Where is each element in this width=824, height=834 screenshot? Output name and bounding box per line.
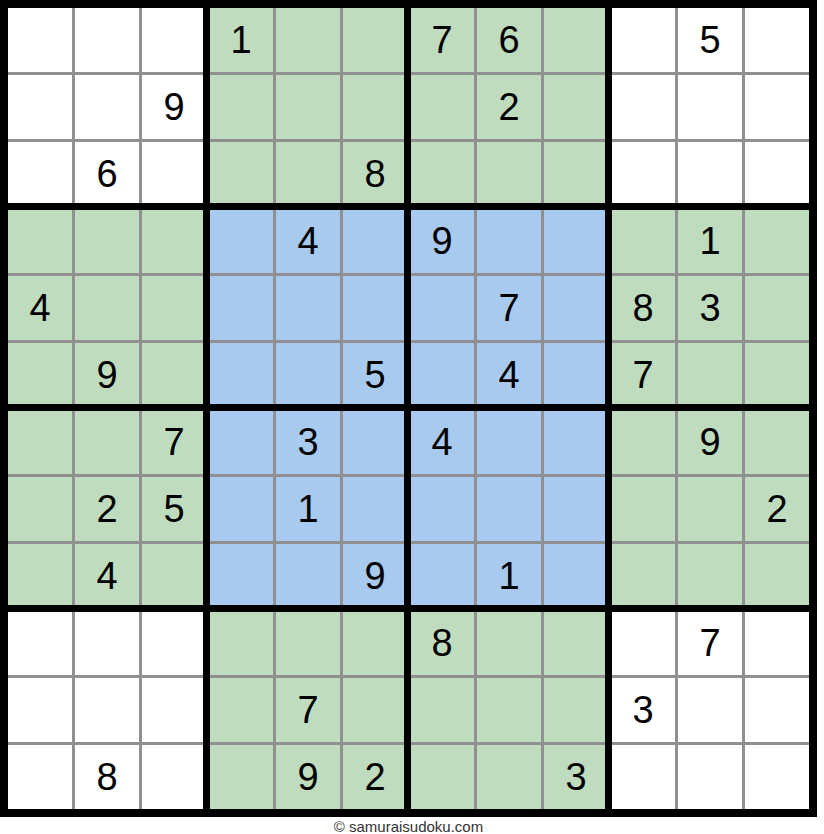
- cell-r9c12[interactable]: [745, 544, 809, 608]
- cell-r3c9[interactable]: [544, 142, 608, 206]
- cell-r7c2[interactable]: [75, 410, 139, 474]
- cell-r7c8[interactable]: [477, 410, 541, 474]
- cell-r1c4[interactable]: 1: [209, 8, 273, 72]
- cell-r3c11[interactable]: [678, 142, 742, 206]
- cell-r11c9[interactable]: [544, 678, 608, 742]
- page: 17659268491478395477349251249187738923 ©…: [0, 0, 824, 834]
- cell-r1c7[interactable]: 7: [410, 8, 474, 72]
- cell-r4c7[interactable]: 9: [410, 209, 474, 273]
- cell-r5c2[interactable]: [75, 276, 139, 340]
- cell-r3c12[interactable]: [745, 142, 809, 206]
- cell-r11c8[interactable]: [477, 678, 541, 742]
- cell-r9c3[interactable]: [142, 544, 206, 608]
- cell-r10c1[interactable]: [8, 611, 72, 675]
- cell-r5c9[interactable]: [544, 276, 608, 340]
- cell-r4c3[interactable]: [142, 209, 206, 273]
- cell-r10c6[interactable]: [343, 611, 407, 675]
- cell-r3c5[interactable]: [276, 142, 340, 206]
- cell-r3c4[interactable]: [209, 142, 273, 206]
- cell-r7c1[interactable]: [8, 410, 72, 474]
- cell-r12c4[interactable]: [209, 745, 273, 809]
- cell-r3c1[interactable]: [8, 142, 72, 206]
- cell-r12c2[interactable]: 8: [75, 745, 139, 809]
- cell-r7c7[interactable]: 4: [410, 410, 474, 474]
- cell-r7c9[interactable]: [544, 410, 608, 474]
- cell-r10c5[interactable]: [276, 611, 340, 675]
- cell-r6c1[interactable]: [8, 343, 72, 407]
- cell-r1c12[interactable]: [745, 8, 809, 72]
- cell-r8c11[interactable]: [678, 477, 742, 541]
- cell-r10c7[interactable]: 8: [410, 611, 474, 675]
- cell-r6c7[interactable]: [410, 343, 474, 407]
- cell-r11c5[interactable]: 7: [276, 678, 340, 742]
- cell-r6c6[interactable]: 5: [343, 343, 407, 407]
- cell-r3c8[interactable]: [477, 142, 541, 206]
- copyright-watermark: © samuraisudoku.com: [0, 817, 817, 834]
- cell-r3c3[interactable]: [142, 142, 206, 206]
- cell-r10c11[interactable]: 7: [678, 611, 742, 675]
- cell-r6c10[interactable]: 7: [611, 343, 675, 407]
- cell-r4c9[interactable]: [544, 209, 608, 273]
- cell-r9c1[interactable]: [8, 544, 72, 608]
- cell-r9c10[interactable]: [611, 544, 675, 608]
- cell-r1c10[interactable]: [611, 8, 675, 72]
- cell-r11c6[interactable]: [343, 678, 407, 742]
- cell-r5c6[interactable]: [343, 276, 407, 340]
- cell-r9c9[interactable]: [544, 544, 608, 608]
- cell-r12c8[interactable]: [477, 745, 541, 809]
- cell-r8c9[interactable]: [544, 477, 608, 541]
- cell-r11c11[interactable]: [678, 678, 742, 742]
- cell-r8c5[interactable]: 1: [276, 477, 340, 541]
- cell-r6c3[interactable]: [142, 343, 206, 407]
- cell-r12c6[interactable]: 2: [343, 745, 407, 809]
- cell-r4c1[interactable]: [8, 209, 72, 273]
- cell-r12c3[interactable]: [142, 745, 206, 809]
- cell-r1c6[interactable]: [343, 8, 407, 72]
- cell-r7c12[interactable]: [745, 410, 809, 474]
- cell-r5c5[interactable]: [276, 276, 340, 340]
- cell-r5c1[interactable]: 4: [8, 276, 72, 340]
- cell-r9c8[interactable]: 1: [477, 544, 541, 608]
- cell-r11c12[interactable]: [745, 678, 809, 742]
- cell-r6c8[interactable]: 4: [477, 343, 541, 407]
- cell-r2c4[interactable]: [209, 75, 273, 139]
- cell-r11c1[interactable]: [8, 678, 72, 742]
- cell-r4c2[interactable]: [75, 209, 139, 273]
- cell-r2c1[interactable]: [8, 75, 72, 139]
- sudoku-grid: 17659268491478395477349251249187738923: [8, 8, 809, 809]
- cell-r2c10[interactable]: [611, 75, 675, 139]
- cell-r2c8[interactable]: 2: [477, 75, 541, 139]
- cell-r3c2[interactable]: 6: [75, 142, 139, 206]
- cell-r5c8[interactable]: 7: [477, 276, 541, 340]
- cell-r1c1[interactable]: [8, 8, 72, 72]
- cell-r12c11[interactable]: [678, 745, 742, 809]
- cell-r4c5[interactable]: 4: [276, 209, 340, 273]
- cell-r1c11[interactable]: 5: [678, 8, 742, 72]
- cell-r4c11[interactable]: 1: [678, 209, 742, 273]
- cell-r5c12[interactable]: [745, 276, 809, 340]
- cell-r2c9[interactable]: [544, 75, 608, 139]
- cell-r8c1[interactable]: [8, 477, 72, 541]
- cell-r4c12[interactable]: [745, 209, 809, 273]
- cell-r9c6[interactable]: 9: [343, 544, 407, 608]
- cell-r5c11[interactable]: 3: [678, 276, 742, 340]
- cell-r1c3[interactable]: [142, 8, 206, 72]
- cell-r4c6[interactable]: [343, 209, 407, 273]
- cell-r7c4[interactable]: [209, 410, 273, 474]
- cell-r4c4[interactable]: [209, 209, 273, 273]
- cell-r12c7[interactable]: [410, 745, 474, 809]
- cell-r3c10[interactable]: [611, 142, 675, 206]
- cell-r5c10[interactable]: 8: [611, 276, 675, 340]
- cell-r11c4[interactable]: [209, 678, 273, 742]
- cell-r2c6[interactable]: [343, 75, 407, 139]
- cell-r7c6[interactable]: [343, 410, 407, 474]
- cell-r8c6[interactable]: [343, 477, 407, 541]
- cell-r9c4[interactable]: [209, 544, 273, 608]
- cell-r1c9[interactable]: [544, 8, 608, 72]
- cell-r11c3[interactable]: [142, 678, 206, 742]
- cell-r8c7[interactable]: [410, 477, 474, 541]
- cell-r2c3[interactable]: 9: [142, 75, 206, 139]
- cell-r5c3[interactable]: [142, 276, 206, 340]
- cell-r1c5[interactable]: [276, 8, 340, 72]
- cell-r7c5[interactable]: 3: [276, 410, 340, 474]
- cell-r2c5[interactable]: [276, 75, 340, 139]
- cell-r4c8[interactable]: [477, 209, 541, 273]
- cell-r12c10[interactable]: [611, 745, 675, 809]
- cell-r12c5[interactable]: 9: [276, 745, 340, 809]
- cell-r2c12[interactable]: [745, 75, 809, 139]
- cell-r1c8[interactable]: 6: [477, 8, 541, 72]
- cell-r9c2[interactable]: 4: [75, 544, 139, 608]
- cell-r10c9[interactable]: [544, 611, 608, 675]
- cell-r9c5[interactable]: [276, 544, 340, 608]
- cell-r9c7[interactable]: [410, 544, 474, 608]
- cell-r4c10[interactable]: [611, 209, 675, 273]
- cell-r8c3[interactable]: 5: [142, 477, 206, 541]
- cell-r5c7[interactable]: [410, 276, 474, 340]
- cell-r7c10[interactable]: [611, 410, 675, 474]
- cell-r5c4[interactable]: [209, 276, 273, 340]
- cell-r10c3[interactable]: [142, 611, 206, 675]
- cell-r1c2[interactable]: [75, 8, 139, 72]
- cell-r3c7[interactable]: [410, 142, 474, 206]
- cell-r7c11[interactable]: 9: [678, 410, 742, 474]
- cell-r2c11[interactable]: [678, 75, 742, 139]
- cell-r10c10[interactable]: [611, 611, 675, 675]
- cell-r8c12[interactable]: 2: [745, 477, 809, 541]
- cell-r9c11[interactable]: [678, 544, 742, 608]
- cell-r3c6[interactable]: 8: [343, 142, 407, 206]
- cell-r6c12[interactable]: [745, 343, 809, 407]
- cell-r6c4[interactable]: [209, 343, 273, 407]
- cell-r6c11[interactable]: [678, 343, 742, 407]
- cell-r6c5[interactable]: [276, 343, 340, 407]
- cell-r11c10[interactable]: 3: [611, 678, 675, 742]
- cell-r10c12[interactable]: [745, 611, 809, 675]
- cell-r11c2[interactable]: [75, 678, 139, 742]
- cell-r8c4[interactable]: [209, 477, 273, 541]
- cell-r8c10[interactable]: [611, 477, 675, 541]
- cell-r2c7[interactable]: [410, 75, 474, 139]
- cell-r7c3[interactable]: 7: [142, 410, 206, 474]
- cell-r10c2[interactable]: [75, 611, 139, 675]
- sudoku-board: 17659268491478395477349251249187738923: [0, 0, 817, 817]
- cell-r10c4[interactable]: [209, 611, 273, 675]
- cell-r6c2[interactable]: 9: [75, 343, 139, 407]
- cell-r12c12[interactable]: [745, 745, 809, 809]
- cell-r12c1[interactable]: [8, 745, 72, 809]
- cell-r8c8[interactable]: [477, 477, 541, 541]
- cell-r6c9[interactable]: [544, 343, 608, 407]
- cell-r11c7[interactable]: [410, 678, 474, 742]
- cell-r12c9[interactable]: 3: [544, 745, 608, 809]
- cell-r8c2[interactable]: 2: [75, 477, 139, 541]
- cell-r10c8[interactable]: [477, 611, 541, 675]
- cell-r2c2[interactable]: [75, 75, 139, 139]
